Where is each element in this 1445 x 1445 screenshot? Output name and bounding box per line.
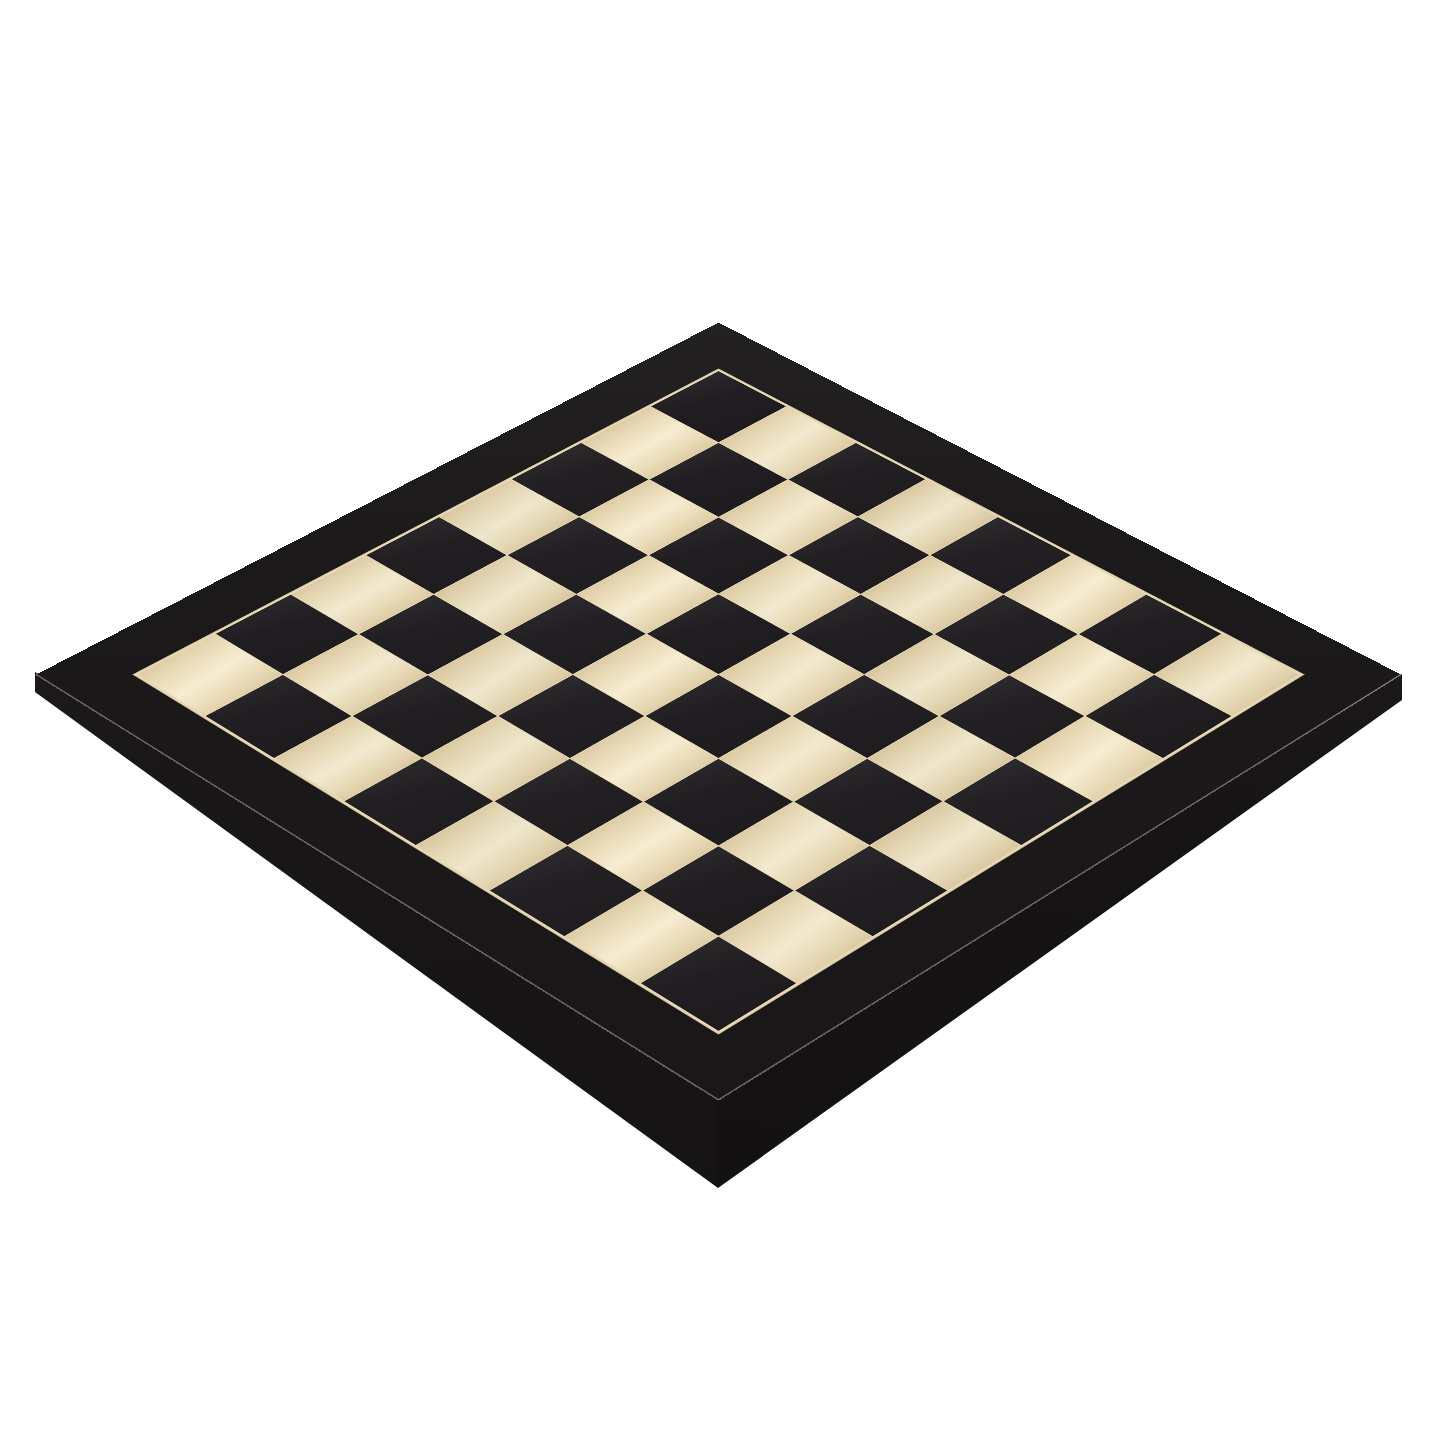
board-grid	[138, 371, 1299, 1031]
board-scene	[0, 0, 1437, 1349]
chessboard	[36, 323, 1401, 1100]
playing-field-inlay	[132, 368, 1304, 1034]
photo-background	[0, 0, 1445, 1445]
